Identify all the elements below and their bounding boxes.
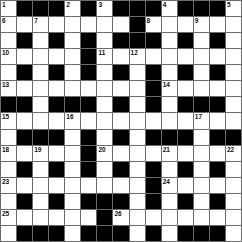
cell-r6-c8[interactable] xyxy=(130,97,145,112)
cell-r12-c4[interactable] xyxy=(65,194,80,209)
clue-number-15: 15 xyxy=(2,113,9,120)
cell-r6-c14[interactable] xyxy=(226,97,241,112)
cell-r7-c10[interactable] xyxy=(162,113,177,128)
block-r4-c7 xyxy=(113,65,128,80)
clue-number-13: 13 xyxy=(2,81,9,88)
cell-r5-c0[interactable]: 13 xyxy=(1,81,16,96)
block-r10-c9 xyxy=(146,162,161,177)
cell-r3-c1[interactable] xyxy=(17,49,32,64)
cell-r4-c0[interactable] xyxy=(1,65,16,80)
cell-r11-c13[interactable] xyxy=(210,178,225,193)
block-r14-c2 xyxy=(33,226,48,241)
cell-r12-c2[interactable] xyxy=(33,194,48,209)
cell-r5-c5[interactable] xyxy=(81,81,96,96)
cell-r11-c2[interactable] xyxy=(33,178,48,193)
cell-r13-c10[interactable] xyxy=(162,210,177,225)
cell-r12-c10[interactable] xyxy=(162,194,177,209)
block-r11-c9 xyxy=(146,178,161,193)
cell-r13-c3[interactable] xyxy=(49,210,64,225)
block-r8-c13 xyxy=(210,130,225,145)
cell-r5-c8[interactable] xyxy=(130,81,145,96)
cell-r7-c1[interactable] xyxy=(17,113,32,128)
block-r14-c6 xyxy=(97,226,112,241)
cell-r11-c0[interactable]: 23 xyxy=(1,178,16,193)
block-r12-c3 xyxy=(49,194,64,209)
cell-r0-c10[interactable]: 4 xyxy=(162,1,177,16)
block-r9-c5 xyxy=(81,146,96,161)
block-r2-c1 xyxy=(17,33,32,48)
cell-r7-c14[interactable] xyxy=(226,113,241,128)
cell-r9-c9[interactable] xyxy=(146,146,161,161)
cell-r8-c12[interactable] xyxy=(194,130,209,145)
block-r14-c7 xyxy=(113,226,128,241)
cell-r7-c9[interactable] xyxy=(146,113,161,128)
cell-r10-c10[interactable] xyxy=(162,162,177,177)
clue-number-23: 23 xyxy=(2,178,9,185)
cell-r12-c12[interactable] xyxy=(194,194,209,209)
clue-number-5: 5 xyxy=(227,1,231,8)
block-r2-c7 xyxy=(113,33,128,48)
cell-r5-c14[interactable] xyxy=(226,81,241,96)
block-r6-c9 xyxy=(146,97,161,112)
cell-r4-c8[interactable] xyxy=(130,65,145,80)
cell-r7-c4[interactable]: 16 xyxy=(65,113,80,128)
cell-r5-c7[interactable] xyxy=(113,81,128,96)
cell-r3-c7[interactable] xyxy=(113,49,128,64)
cell-r4-c4[interactable] xyxy=(65,65,80,80)
cell-r6-c6[interactable] xyxy=(97,97,112,112)
cell-r10-c8[interactable] xyxy=(130,162,145,177)
cell-r6-c2[interactable] xyxy=(33,97,48,112)
block-r14-c11 xyxy=(178,226,193,241)
block-r8-c9 xyxy=(146,130,161,145)
block-r12-c6 xyxy=(97,194,112,209)
cell-r13-c2[interactable] xyxy=(33,210,48,225)
clue-number-4: 4 xyxy=(163,1,167,8)
cell-r11-c6[interactable] xyxy=(97,178,112,193)
cell-r13-c8[interactable] xyxy=(130,210,145,225)
clue-number-25: 25 xyxy=(2,210,9,217)
clue-number-16: 16 xyxy=(66,113,73,120)
block-r10-c1 xyxy=(17,162,32,177)
cell-r0-c4[interactable]: 2 xyxy=(65,1,80,16)
cell-r11-c4[interactable] xyxy=(65,178,80,193)
cell-r13-c5[interactable] xyxy=(81,210,96,225)
cell-r9-c12[interactable] xyxy=(194,146,209,161)
cell-r11-c1[interactable] xyxy=(17,178,32,193)
cell-r7-c0[interactable]: 15 xyxy=(1,113,16,128)
cell-r13-c7[interactable]: 26 xyxy=(113,210,128,225)
block-r8-c1 xyxy=(17,130,32,145)
block-r6-c5 xyxy=(81,97,96,112)
cell-r0-c0[interactable]: 1 xyxy=(1,1,16,16)
cell-r1-c2[interactable]: 7 xyxy=(33,17,48,32)
cell-r1-c12[interactable]: 9 xyxy=(194,17,209,32)
cell-r10-c4[interactable] xyxy=(65,162,80,177)
block-r0-c8 xyxy=(130,1,145,16)
cell-r14-c4[interactable] xyxy=(65,226,80,241)
cell-r4-c12[interactable] xyxy=(194,65,209,80)
block-r0-c2 xyxy=(33,1,48,16)
block-r0-c11 xyxy=(178,1,193,16)
clue-number-22: 22 xyxy=(227,146,234,153)
block-r2-c13 xyxy=(210,33,225,48)
cell-r2-c0[interactable] xyxy=(1,33,16,48)
block-r0-c5 xyxy=(81,1,96,16)
cell-r5-c6[interactable] xyxy=(97,81,112,96)
cell-r3-c13[interactable] xyxy=(210,49,225,64)
block-r12-c11 xyxy=(178,194,193,209)
block-r13-c6 xyxy=(97,210,112,225)
cell-r9-c11[interactable] xyxy=(178,146,193,161)
cell-r3-c6[interactable]: 11 xyxy=(97,49,112,64)
cell-r5-c3[interactable] xyxy=(49,81,64,96)
cell-r0-c14[interactable]: 5 xyxy=(226,1,241,16)
block-r14-c1 xyxy=(17,226,32,241)
cell-r1-c14[interactable] xyxy=(226,17,241,32)
cell-r13-c9[interactable] xyxy=(146,210,161,225)
cell-r4-c2[interactable] xyxy=(33,65,48,80)
cell-r10-c14[interactable] xyxy=(226,162,241,177)
block-r10-c7 xyxy=(113,162,128,177)
block-r8-c11 xyxy=(178,130,193,145)
cell-r7-c8[interactable] xyxy=(130,113,145,128)
cell-r1-c11[interactable] xyxy=(178,17,193,32)
cell-r4-c6[interactable] xyxy=(97,65,112,80)
cell-r9-c14[interactable]: 22 xyxy=(226,146,241,161)
block-r4-c13 xyxy=(210,65,225,80)
block-r4-c11 xyxy=(178,65,193,80)
cell-r5-c12[interactable] xyxy=(194,81,209,96)
block-r6-c7 xyxy=(113,97,128,112)
cell-r5-c13[interactable] xyxy=(210,81,225,96)
cell-r7-c13[interactable] xyxy=(210,113,225,128)
block-r14-c9 xyxy=(146,226,161,241)
cell-r1-c7[interactable] xyxy=(113,17,128,32)
block-r4-c3 xyxy=(49,65,64,80)
block-r6-c3 xyxy=(49,97,64,112)
cell-r9-c0[interactable]: 18 xyxy=(1,146,16,161)
cell-r11-c7[interactable] xyxy=(113,178,128,193)
block-r14-c5 xyxy=(81,226,96,241)
cell-r8-c4[interactable] xyxy=(65,130,80,145)
cell-r13-c1[interactable] xyxy=(17,210,32,225)
cell-r14-c0[interactable] xyxy=(1,226,16,241)
cell-r5-c2[interactable] xyxy=(33,81,48,96)
clue-number-6: 6 xyxy=(2,17,6,24)
cell-r7-c7[interactable] xyxy=(113,113,128,128)
cell-r1-c1[interactable] xyxy=(17,17,32,32)
cell-r3-c10[interactable] xyxy=(162,49,177,64)
block-r6-c12 xyxy=(194,97,209,112)
cell-r3-c8[interactable]: 12 xyxy=(130,49,145,64)
cell-r3-c14[interactable] xyxy=(226,49,241,64)
block-r2-c3 xyxy=(49,33,64,48)
block-r0-c12 xyxy=(194,1,209,16)
clue-number-18: 18 xyxy=(2,146,9,153)
cell-r2-c2[interactable] xyxy=(33,33,48,48)
block-r0-c13 xyxy=(210,1,225,16)
cell-r1-c4[interactable] xyxy=(65,17,80,32)
cell-r9-c3[interactable] xyxy=(49,146,64,161)
cell-r10-c0[interactable] xyxy=(1,162,16,177)
cell-r10-c2[interactable] xyxy=(33,162,48,177)
block-r0-c1 xyxy=(17,1,32,16)
clue-number-12: 12 xyxy=(131,49,138,56)
cell-r13-c0[interactable]: 25 xyxy=(1,210,16,225)
block-r10-c3 xyxy=(49,162,64,177)
cell-r9-c2[interactable]: 19 xyxy=(33,146,48,161)
block-r0-c3 xyxy=(49,1,64,16)
block-r12-c5 xyxy=(81,194,96,209)
block-r6-c4 xyxy=(65,97,80,112)
cell-r14-c14[interactable] xyxy=(226,226,241,241)
cell-r13-c13[interactable] xyxy=(210,210,225,225)
cell-r3-c0[interactable]: 10 xyxy=(1,49,16,64)
block-r0-c7 xyxy=(113,1,128,16)
cell-r5-c4[interactable] xyxy=(65,81,80,96)
cell-r5-c10[interactable]: 14 xyxy=(162,81,177,96)
cell-r13-c12[interactable] xyxy=(194,210,209,225)
cell-r8-c6[interactable] xyxy=(97,130,112,145)
block-r12-c13 xyxy=(210,194,225,209)
clue-number-11: 11 xyxy=(98,49,105,56)
cell-r9-c7[interactable] xyxy=(113,146,128,161)
clue-number-10: 10 xyxy=(2,49,9,56)
cell-r12-c0[interactable] xyxy=(1,194,16,209)
cell-r7-c11[interactable] xyxy=(178,113,193,128)
clue-number-7: 7 xyxy=(34,17,38,24)
block-r4-c1 xyxy=(17,65,32,80)
block-r0-c9 xyxy=(146,1,161,16)
cell-r2-c6[interactable] xyxy=(97,33,112,48)
cell-r9-c8[interactable] xyxy=(130,146,145,161)
block-r6-c1 xyxy=(17,97,32,112)
cell-r7-c5[interactable] xyxy=(81,113,96,128)
cell-r7-c3[interactable] xyxy=(49,113,64,128)
clue-number-26: 26 xyxy=(114,210,121,217)
block-r6-c0 xyxy=(1,97,16,112)
cell-r11-c8[interactable] xyxy=(130,178,145,193)
cell-r1-c0[interactable]: 6 xyxy=(1,17,16,32)
cell-r7-c2[interactable] xyxy=(33,113,48,128)
block-r12-c9 xyxy=(146,194,161,209)
cell-r1-c13[interactable] xyxy=(210,17,225,32)
cell-r1-c3[interactable] xyxy=(49,17,64,32)
clue-number-14: 14 xyxy=(163,81,170,88)
block-r14-c3 xyxy=(49,226,64,241)
clue-number-24: 24 xyxy=(163,178,170,185)
block-r8-c14 xyxy=(226,130,241,145)
cell-r7-c6[interactable] xyxy=(97,113,112,128)
clue-number-9: 9 xyxy=(195,17,199,24)
cell-r9-c1[interactable] xyxy=(17,146,32,161)
clue-number-3: 3 xyxy=(98,1,102,8)
cell-r6-c10[interactable] xyxy=(162,97,177,112)
cell-r2-c10[interactable] xyxy=(162,33,177,48)
cell-r1-c10[interactable] xyxy=(162,17,177,32)
block-r12-c1 xyxy=(17,194,32,209)
block-r4-c5 xyxy=(81,65,96,80)
clue-number-8: 8 xyxy=(147,17,151,24)
clue-number-2: 2 xyxy=(66,1,70,8)
cell-r13-c14[interactable] xyxy=(226,210,241,225)
cell-r3-c2[interactable] xyxy=(33,49,48,64)
cell-r12-c14[interactable] xyxy=(226,194,241,209)
cell-r3-c4[interactable] xyxy=(65,49,80,64)
clue-number-20: 20 xyxy=(98,146,105,153)
cell-r13-c4[interactable] xyxy=(65,210,80,225)
block-r10-c11 xyxy=(178,162,193,177)
block-r8-c3 xyxy=(49,130,64,145)
cell-r3-c12[interactable] xyxy=(194,49,209,64)
cell-r0-c6[interactable]: 3 xyxy=(97,1,112,16)
cell-r4-c14[interactable] xyxy=(226,65,241,80)
cell-r10-c12[interactable] xyxy=(194,162,209,177)
cell-r3-c9[interactable] xyxy=(146,49,161,64)
cell-r5-c1[interactable] xyxy=(17,81,32,96)
cell-r11-c5[interactable] xyxy=(81,178,96,193)
block-r2-c11 xyxy=(178,33,193,48)
clue-number-21: 21 xyxy=(163,146,170,153)
cell-r13-c11[interactable] xyxy=(178,210,193,225)
block-r8-c5 xyxy=(81,130,96,145)
cell-r10-c6[interactable] xyxy=(97,162,112,177)
cell-r11-c10[interactable]: 24 xyxy=(162,178,177,193)
cell-r11-c12[interactable] xyxy=(194,178,209,193)
clue-number-17: 17 xyxy=(195,113,202,120)
cell-r14-c10[interactable] xyxy=(162,226,177,241)
block-r6-c11 xyxy=(178,97,193,112)
cell-r2-c14[interactable] xyxy=(226,33,241,48)
block-r5-c9 xyxy=(146,81,161,96)
cell-r4-c10[interactable] xyxy=(162,65,177,80)
block-r12-c7 xyxy=(113,194,128,209)
block-r8-c2 xyxy=(33,130,48,145)
cell-r5-c11[interactable] xyxy=(178,81,193,96)
block-r8-c7 xyxy=(113,130,128,145)
cell-r9-c10[interactable]: 21 xyxy=(162,146,177,161)
block-r4-c9 xyxy=(146,65,161,80)
cell-r1-c9[interactable]: 8 xyxy=(146,17,161,32)
cell-r1-c5[interactable] xyxy=(81,17,96,32)
block-r2-c5 xyxy=(81,33,96,48)
block-r2-c8 xyxy=(130,33,145,48)
block-r2-c9 xyxy=(146,33,161,48)
clue-number-1: 1 xyxy=(2,1,6,8)
block-r14-c13 xyxy=(210,226,225,241)
cell-r2-c4[interactable] xyxy=(65,33,80,48)
cell-r8-c8[interactable] xyxy=(130,130,145,145)
cell-r11-c11[interactable] xyxy=(178,178,193,193)
block-r8-c10 xyxy=(162,130,177,145)
crossword-grid: 1234567891011121314151617181920212223242… xyxy=(0,0,242,242)
cell-r3-c3[interactable] xyxy=(49,49,64,64)
cell-r3-c11[interactable] xyxy=(178,49,193,64)
cell-r9-c6[interactable]: 20 xyxy=(97,146,112,161)
cell-r11-c3[interactable] xyxy=(49,178,64,193)
block-r3-c5 xyxy=(81,49,96,64)
block-r10-c5 xyxy=(81,162,96,177)
cell-r1-c6[interactable] xyxy=(97,17,112,32)
clue-number-19: 19 xyxy=(34,146,41,153)
cell-r12-c8[interactable] xyxy=(130,194,145,209)
cell-r7-c12[interactable]: 17 xyxy=(194,113,209,128)
block-r1-c8 xyxy=(130,17,145,32)
cell-r14-c8[interactable] xyxy=(130,226,145,241)
block-r14-c12 xyxy=(194,226,209,241)
cell-r8-c0[interactable] xyxy=(1,130,16,145)
cell-r2-c12[interactable] xyxy=(194,33,209,48)
cell-r9-c13[interactable] xyxy=(210,146,225,161)
block-r10-c13 xyxy=(210,162,225,177)
cell-r9-c4[interactable] xyxy=(65,146,80,161)
block-r6-c13 xyxy=(210,97,225,112)
cell-r11-c14[interactable] xyxy=(226,178,241,193)
crossword-page: 1234567891011121314151617181920212223242… xyxy=(0,0,242,242)
